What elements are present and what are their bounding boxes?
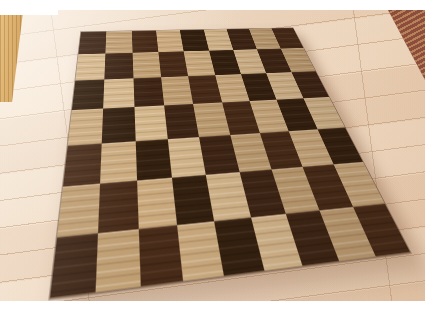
rug-square-dark — [72, 79, 105, 110]
rug-square-light — [57, 184, 100, 237]
rug-square-dark — [138, 224, 183, 286]
photo-margin-top-left — [0, 0, 58, 15]
rug-square-light — [75, 54, 105, 81]
rug-square-light — [106, 31, 133, 54]
rug-square-dark — [63, 143, 102, 187]
rug-square-dark — [102, 107, 135, 143]
rug-square-light — [103, 78, 134, 109]
rug-square-dark — [105, 53, 134, 79]
rug-square-dark — [98, 181, 138, 233]
photo-margin-bottom — [0, 301, 425, 322]
rug-square-dark — [133, 77, 164, 107]
rug-square-light — [68, 109, 104, 146]
rug-square-light — [132, 52, 161, 78]
rug-square-light — [134, 106, 168, 141]
rug-square-dark — [135, 139, 172, 181]
rug-square-dark — [132, 31, 159, 54]
rug-square-dark — [78, 32, 106, 55]
rug-square-dark — [50, 233, 98, 298]
rug-square-light — [137, 178, 177, 229]
rug-square-light — [96, 228, 140, 292]
photo-stage — [0, 0, 425, 322]
rug-square-light — [100, 141, 136, 184]
photo-margin-top — [0, 0, 425, 10]
